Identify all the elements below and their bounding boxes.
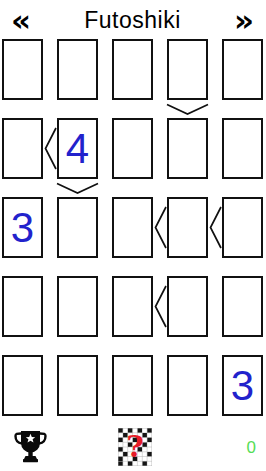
- inequality-marker: [54, 181, 101, 196]
- cell-r1c5[interactable]: [222, 39, 263, 100]
- puzzle-wrap: ?: [118, 428, 152, 469]
- cell-r5c1[interactable]: [2, 355, 43, 416]
- cell-r5c2[interactable]: [57, 355, 98, 416]
- score-wrap: 0: [152, 438, 266, 458]
- inequality-marker: [43, 125, 58, 172]
- cell-r4c3[interactable]: [112, 276, 153, 337]
- score-value: 0: [247, 438, 256, 458]
- cell-r3c5[interactable]: [222, 197, 263, 258]
- cell-r2c1[interactable]: [2, 118, 43, 179]
- inequality-marker: [153, 283, 168, 330]
- cell-r5c4[interactable]: [167, 355, 208, 416]
- cell-r2c5[interactable]: [222, 118, 263, 179]
- header: « Futoshiki »: [0, 0, 265, 40]
- cell-r3c1[interactable]: 3: [2, 197, 43, 258]
- prev-puzzle-button[interactable]: «: [0, 2, 42, 38]
- cell-r1c2[interactable]: [57, 39, 98, 100]
- cell-r1c4[interactable]: [167, 39, 208, 100]
- trophy-button[interactable]: [13, 430, 48, 466]
- cell-r4c4[interactable]: [167, 276, 208, 337]
- inequality-marker: [164, 102, 211, 117]
- cell-r1c3[interactable]: [112, 39, 153, 100]
- next-puzzle-button[interactable]: »: [223, 2, 265, 38]
- trophy-wrap: [0, 430, 118, 466]
- page-title: Futoshiki: [84, 7, 181, 34]
- inequality-marker: [208, 204, 223, 251]
- inequality-marker: [153, 204, 168, 251]
- cell-r4c5[interactable]: [222, 276, 263, 337]
- cell-r1c1[interactable]: [2, 39, 43, 100]
- futoshiki-app: 433 « Futoshiki »: [0, 0, 265, 471]
- cell-r2c2[interactable]: 4: [57, 118, 98, 179]
- cell-r5c3[interactable]: [112, 355, 153, 416]
- cell-r3c3[interactable]: [112, 197, 153, 258]
- puzzle-grid-icon: ?: [118, 428, 152, 466]
- cell-r5c5[interactable]: 3: [222, 355, 263, 416]
- cell-r4c2[interactable]: [57, 276, 98, 337]
- cell-r3c4[interactable]: [167, 197, 208, 258]
- cell-r4c1[interactable]: [2, 276, 43, 337]
- cell-r3c2[interactable]: [57, 197, 98, 258]
- bottom-bar: ? 0: [0, 425, 265, 471]
- puzzle-grid-button[interactable]: ?: [118, 428, 152, 469]
- board: 433: [0, 0, 265, 425]
- cell-r2c3[interactable]: [112, 118, 153, 179]
- board-grid: 433: [2, 39, 263, 416]
- trophy-icon: [13, 430, 48, 463]
- cell-r2c4[interactable]: [167, 118, 208, 179]
- puzzle-icon-question-mark: ?: [126, 428, 144, 463]
